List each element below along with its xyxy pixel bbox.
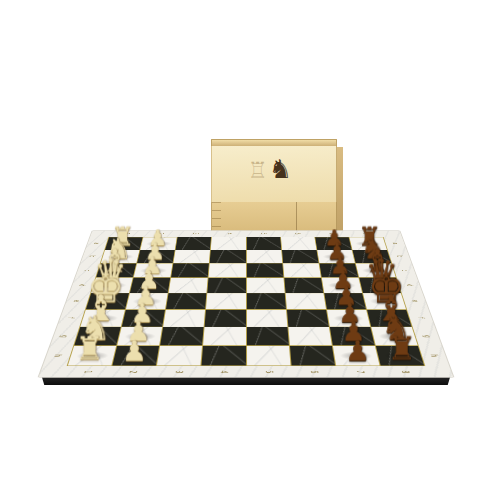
coordinate-label: 6 (290, 228, 304, 240)
square-g3 (160, 327, 204, 345)
square-c4 (209, 264, 246, 278)
black-pawn-h7: ♟ (345, 337, 370, 365)
square-d5 (246, 278, 284, 293)
chess-board: 12345678 12345678 abcdefgh abcdefgh ♜♟♟♜… (39, 231, 454, 378)
coordinate-label: a (78, 241, 115, 246)
square-c5 (246, 264, 283, 278)
white-pawn-h2: ♟ (122, 337, 147, 365)
coordinate-label: a (377, 241, 414, 246)
square-b3 (174, 250, 211, 263)
square-f4 (205, 310, 246, 327)
square-c3 (171, 264, 209, 278)
square-h5 (246, 346, 290, 366)
product-photo: ♖ ♞ 12345678 12345678 abcdefgh abcdefgh … (0, 0, 500, 500)
square-h3 (157, 346, 202, 366)
square-h2: ♟ (113, 346, 160, 366)
square-h4 (202, 346, 246, 366)
square-h7: ♟ (333, 346, 380, 366)
square-d4 (208, 278, 246, 293)
square-d6 (284, 278, 323, 293)
coordinate-label: 3 (188, 228, 202, 240)
square-d3 (169, 278, 208, 293)
square-f6 (287, 310, 329, 327)
board-grid: ♜♟♟♜♞♟♟♞♝♟♟♝♛♟♟♛♚♟♟♚♝♟♟♝♞♟♟♞♜♟♟♜ (67, 237, 426, 366)
square-f3 (163, 310, 205, 327)
coordinate-label: b (381, 254, 419, 259)
square-g6 (288, 327, 332, 345)
square-f5 (246, 310, 287, 327)
square-g5 (246, 327, 288, 345)
coordinate-label: b (73, 254, 111, 259)
square-b6 (282, 250, 319, 263)
coordinate-label: 2 (153, 228, 168, 240)
white-rook-h1: ♜ (76, 332, 105, 364)
square-c6 (283, 264, 321, 278)
square-b4 (210, 250, 246, 263)
black-rook-h8: ♜ (388, 332, 417, 364)
square-e3 (166, 293, 206, 309)
square-g4 (203, 327, 245, 345)
square-h1: ♜ (68, 346, 116, 366)
coordinate-label: 5 (257, 228, 270, 240)
coordinate-label: 7 (324, 228, 339, 240)
square-b5 (246, 250, 282, 263)
coordinates-front: 12345678 (63, 368, 428, 376)
square-h6 (290, 346, 335, 366)
square-e5 (246, 293, 285, 309)
chess-board-wrap: 12345678 12345678 abcdefgh abcdefgh ♜♟♟♜… (70, 117, 423, 470)
square-e4 (206, 293, 245, 309)
coordinate-label: 4 (222, 228, 235, 240)
square-h8: ♜ (376, 346, 424, 366)
square-e6 (285, 293, 325, 309)
